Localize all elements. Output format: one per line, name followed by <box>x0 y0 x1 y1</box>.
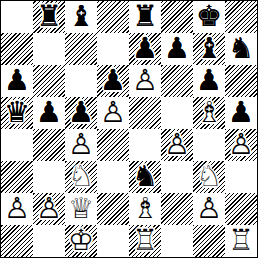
square-g1[interactable] <box>193 225 225 257</box>
square-a4[interactable] <box>1 129 33 161</box>
square-g8[interactable]: ♚♚ <box>193 1 225 33</box>
black-pawn-icon: ♟ <box>225 97 257 129</box>
square-a6[interactable]: ♟♟ <box>1 65 33 97</box>
square-h4[interactable]: ♟♙ <box>225 129 257 161</box>
white-rook-e1[interactable]: ♜♖ <box>129 225 161 257</box>
square-g4[interactable] <box>193 129 225 161</box>
square-c7[interactable] <box>65 33 97 65</box>
square-a7[interactable] <box>1 33 33 65</box>
black-knight-h7[interactable]: ♞♞ <box>225 33 257 65</box>
white-bishop-icon: ♗ <box>129 193 161 225</box>
square-a1[interactable] <box>1 225 33 257</box>
square-e7[interactable]: ♟♟ <box>129 33 161 65</box>
square-e5[interactable] <box>129 97 161 129</box>
black-pawn-a6[interactable]: ♟♟ <box>1 65 33 97</box>
square-c5[interactable]: ♟♟ <box>65 97 97 129</box>
white-knight-c3[interactable]: ♞♘ <box>65 161 97 193</box>
black-king-g8[interactable]: ♚♚ <box>193 1 225 33</box>
black-pawn-c5[interactable]: ♟♟ <box>65 97 97 129</box>
square-f8[interactable] <box>161 1 193 33</box>
black-pawn-icon: ♟ <box>33 97 65 129</box>
square-h1[interactable]: ♜♖ <box>225 225 257 257</box>
square-d7[interactable] <box>97 33 129 65</box>
square-h8[interactable] <box>225 1 257 33</box>
black-pawn-icon: ♟ <box>65 97 97 129</box>
square-g5[interactable]: ♝♗ <box>193 97 225 129</box>
white-pawn-icon: ♙ <box>161 129 193 161</box>
square-c2[interactable]: ♛♕ <box>65 193 97 225</box>
white-pawn-c4[interactable]: ♟♙ <box>65 129 97 161</box>
black-queen-a5[interactable]: ♛♛ <box>1 97 33 129</box>
white-pawn-icon: ♙ <box>129 65 161 97</box>
white-knight-g3[interactable]: ♞♘ <box>193 161 225 193</box>
white-pawn-h4[interactable]: ♟♙ <box>225 129 257 161</box>
white-queen-c2[interactable]: ♛♕ <box>65 193 97 225</box>
black-pawn-d6[interactable]: ♟♟ <box>97 65 129 97</box>
white-pawn-e6[interactable]: ♟♙ <box>129 65 161 97</box>
white-bishop-e2[interactable]: ♝♗ <box>129 193 161 225</box>
black-pawn-g6[interactable]: ♟♟ <box>193 65 225 97</box>
square-e1[interactable]: ♜♖ <box>129 225 161 257</box>
black-rook-b8[interactable]: ♜♜ <box>33 1 65 33</box>
black-pawn-icon: ♟ <box>97 65 129 97</box>
square-c3[interactable]: ♞♘ <box>65 161 97 193</box>
square-g2[interactable]: ♟♙ <box>193 193 225 225</box>
black-pawn-icon: ♟ <box>129 33 161 65</box>
black-bishop-icon: ♝ <box>193 33 225 65</box>
white-rook-h1[interactable]: ♜♖ <box>225 225 257 257</box>
white-pawn-b2[interactable]: ♟♙ <box>33 193 65 225</box>
white-pawn-icon: ♙ <box>97 97 129 129</box>
square-d5[interactable]: ♟♙ <box>97 97 129 129</box>
square-e6[interactable]: ♟♙ <box>129 65 161 97</box>
square-b4[interactable] <box>33 129 65 161</box>
white-king-icon: ♔ <box>65 225 97 257</box>
square-c8[interactable]: ♝♝ <box>65 1 97 33</box>
black-king-icon: ♚ <box>193 1 225 33</box>
square-f6[interactable] <box>161 65 193 97</box>
black-pawn-f7[interactable]: ♟♟ <box>161 33 193 65</box>
white-knight-icon: ♘ <box>193 161 225 193</box>
square-g3[interactable]: ♞♘ <box>193 161 225 193</box>
square-e4[interactable] <box>129 129 161 161</box>
square-h5[interactable]: ♟♟ <box>225 97 257 129</box>
square-c4[interactable]: ♟♙ <box>65 129 97 161</box>
square-d1[interactable] <box>97 225 129 257</box>
black-pawn-b5[interactable]: ♟♟ <box>33 97 65 129</box>
square-b2[interactable]: ♟♙ <box>33 193 65 225</box>
black-rook-icon: ♜ <box>129 1 161 33</box>
white-rook-icon: ♖ <box>129 225 161 257</box>
white-pawn-g2[interactable]: ♟♙ <box>193 193 225 225</box>
white-king-c1[interactable]: ♚♔ <box>65 225 97 257</box>
black-knight-icon: ♞ <box>225 33 257 65</box>
square-b3[interactable] <box>33 161 65 193</box>
square-a3[interactable] <box>1 161 33 193</box>
square-h7[interactable]: ♞♞ <box>225 33 257 65</box>
black-pawn-e7[interactable]: ♟♟ <box>129 33 161 65</box>
white-pawn-icon: ♙ <box>193 193 225 225</box>
black-pawn-icon: ♟ <box>193 65 225 97</box>
white-rook-icon: ♖ <box>225 225 257 257</box>
black-pawn-icon: ♟ <box>161 33 193 65</box>
square-f3[interactable] <box>161 161 193 193</box>
square-h6[interactable] <box>225 65 257 97</box>
square-f1[interactable] <box>161 225 193 257</box>
chess-board: ♜♜♝♝♜♜♚♚♟♟♟♟♝♝♞♞♟♟♟♟♟♙♟♟♛♛♟♟♟♟♟♙♝♗♟♟♟♙♟♙… <box>0 0 258 258</box>
black-pawn-icon: ♟ <box>1 65 33 97</box>
square-h2[interactable] <box>225 193 257 225</box>
black-pawn-h5[interactable]: ♟♟ <box>225 97 257 129</box>
square-a8[interactable] <box>1 1 33 33</box>
black-knight-e3[interactable]: ♞♞ <box>129 161 161 193</box>
black-bishop-g7[interactable]: ♝♝ <box>193 33 225 65</box>
white-knight-icon: ♘ <box>65 161 97 193</box>
square-e8[interactable]: ♜♜ <box>129 1 161 33</box>
square-b5[interactable]: ♟♟ <box>33 97 65 129</box>
square-d8[interactable] <box>97 1 129 33</box>
square-b8[interactable]: ♜♜ <box>33 1 65 33</box>
white-bishop-g5[interactable]: ♝♗ <box>193 97 225 129</box>
black-bishop-icon: ♝ <box>65 1 97 33</box>
square-a2[interactable]: ♟♙ <box>1 193 33 225</box>
square-h3[interactable] <box>225 161 257 193</box>
square-f2[interactable] <box>161 193 193 225</box>
white-pawn-a2[interactable]: ♟♙ <box>1 193 33 225</box>
square-b1[interactable] <box>33 225 65 257</box>
square-f7[interactable]: ♟♟ <box>161 33 193 65</box>
square-g7[interactable]: ♝♝ <box>193 33 225 65</box>
square-e2[interactable]: ♝♗ <box>129 193 161 225</box>
black-bishop-c8[interactable]: ♝♝ <box>65 1 97 33</box>
black-rook-e8[interactable]: ♜♜ <box>129 1 161 33</box>
black-queen-icon: ♛ <box>1 97 33 129</box>
white-pawn-f4[interactable]: ♟♙ <box>161 129 193 161</box>
white-pawn-icon: ♙ <box>225 129 257 161</box>
white-pawn-icon: ♙ <box>1 193 33 225</box>
white-pawn-d5[interactable]: ♟♙ <box>97 97 129 129</box>
square-f5[interactable] <box>161 97 193 129</box>
white-bishop-icon: ♗ <box>193 97 225 129</box>
square-c1[interactable]: ♚♔ <box>65 225 97 257</box>
square-b7[interactable] <box>33 33 65 65</box>
white-pawn-icon: ♙ <box>65 129 97 161</box>
square-f4[interactable]: ♟♙ <box>161 129 193 161</box>
square-d4[interactable] <box>97 129 129 161</box>
square-b6[interactable] <box>33 65 65 97</box>
square-g6[interactable]: ♟♟ <box>193 65 225 97</box>
square-d2[interactable] <box>97 193 129 225</box>
square-e3[interactable]: ♞♞ <box>129 161 161 193</box>
square-d3[interactable] <box>97 161 129 193</box>
white-pawn-icon: ♙ <box>33 193 65 225</box>
square-d6[interactable]: ♟♟ <box>97 65 129 97</box>
white-queen-icon: ♕ <box>65 193 97 225</box>
square-c6[interactable] <box>65 65 97 97</box>
black-rook-icon: ♜ <box>33 1 65 33</box>
square-a5[interactable]: ♛♛ <box>1 97 33 129</box>
black-knight-icon: ♞ <box>129 161 161 193</box>
